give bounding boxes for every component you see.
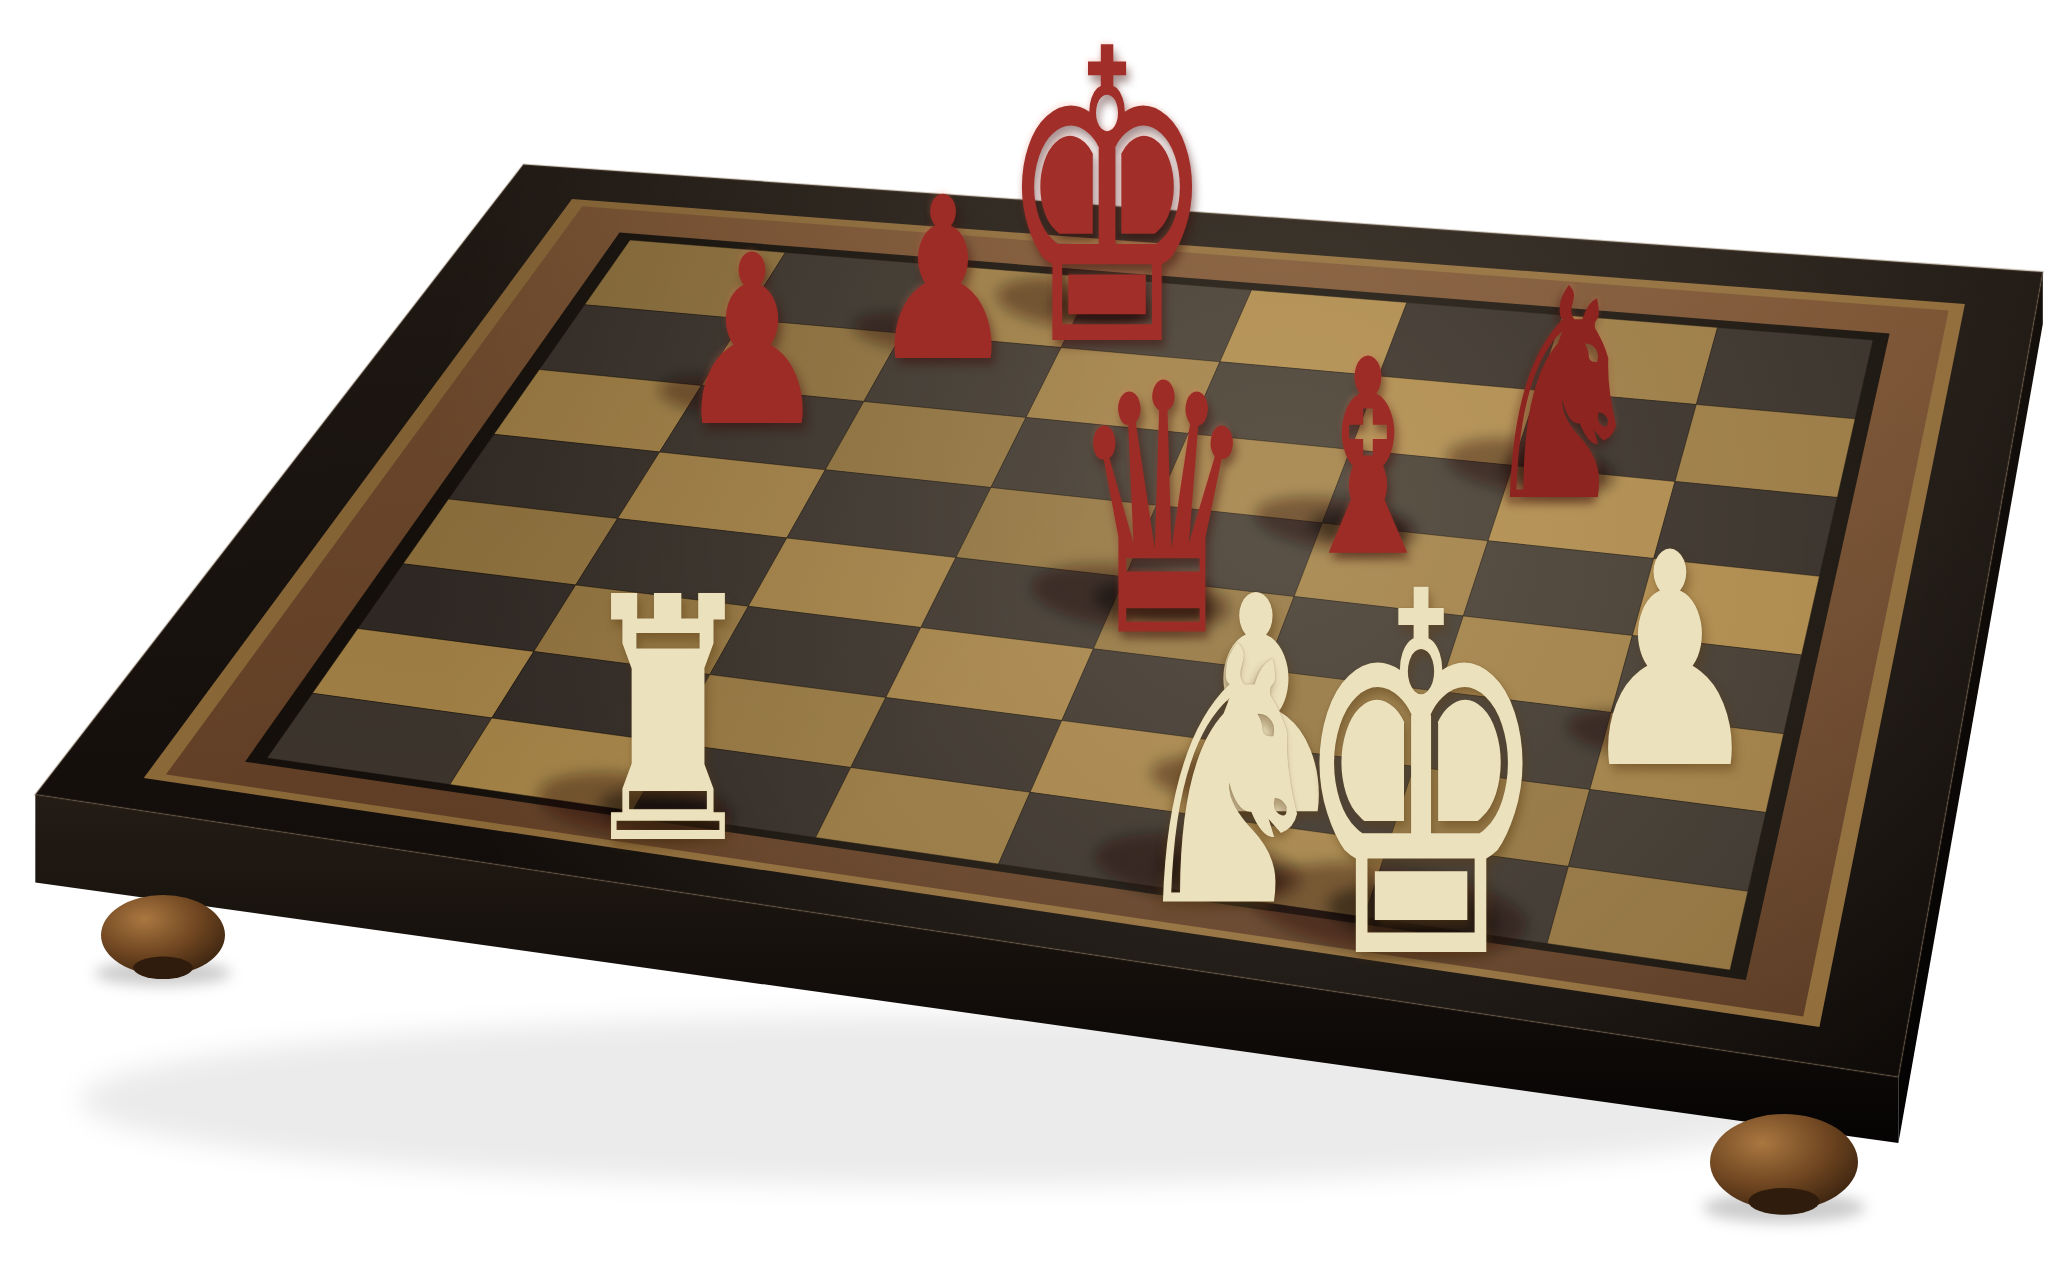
piece-white-king-g1[interactable]: ♚ (1291, 529, 1551, 1029)
piece-white-rook-c1[interactable]: ♜ (577, 554, 758, 891)
piece-red-pawn-c7[interactable]: ♟ (870, 168, 1015, 393)
bun-foot-collar (1748, 1188, 1819, 1215)
piece-red-pawn-b6[interactable]: ♟ (676, 224, 828, 459)
piece-white-pawn-h3[interactable]: ♟ (1577, 515, 1762, 810)
photo-canvas: ♚♟♟♛♝♞♜♟♞♚♟ (0, 0, 2048, 1265)
bun-foot-collar (133, 957, 193, 979)
